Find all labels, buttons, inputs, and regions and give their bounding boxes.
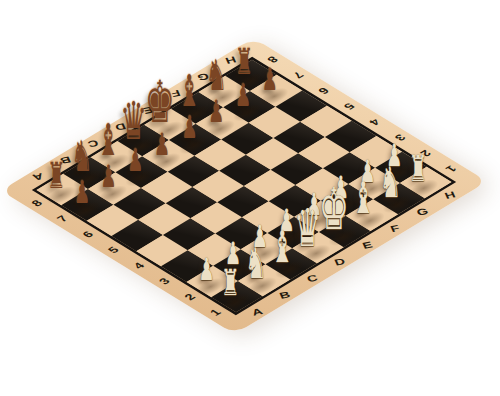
chess-board-mat: ABCDEFGH 87654321 87654321 ABCDEFGH ♜♞♝♛… (1, 38, 488, 334)
piece-black-pawn[interactable]: ♟ (235, 80, 251, 111)
board-grid: ♜♞♝♛♚♝♞♜♟♟♟♟♟♟♟♟♟♟♟♟♟♟♟♟♜♞♝♛♚♝♞♜ (32, 57, 456, 315)
piece-white-knight[interactable]: ♞ (245, 243, 267, 285)
piece-black-rook[interactable]: ♜ (235, 44, 254, 80)
piece-white-queen[interactable]: ♛ (295, 202, 322, 254)
piece-black-pawn[interactable]: ♟ (127, 145, 143, 176)
product-photo-stage: ABCDEFGH 87654321 87654321 ABCDEFGH ♜♞♝♛… (0, 0, 500, 396)
piece-black-bishop[interactable]: ♝ (177, 69, 200, 113)
piece-white-rook[interactable]: ♜ (409, 151, 428, 187)
piece-black-knight[interactable]: ♞ (205, 55, 227, 97)
piece-black-bishop[interactable]: ♝ (97, 118, 120, 162)
piece-black-knight[interactable]: ♞ (71, 136, 93, 178)
piece-white-bishop[interactable]: ♝ (271, 225, 294, 269)
piece-black-rook[interactable]: ♜ (46, 158, 65, 194)
piece-white-pawn[interactable]: ♟ (198, 254, 214, 285)
piece-black-king[interactable]: ♚ (144, 73, 174, 131)
piece-black-pawn[interactable]: ♟ (262, 63, 278, 94)
piece-white-bishop[interactable]: ♝ (352, 176, 375, 220)
piece-white-rook[interactable]: ♜ (221, 265, 240, 301)
piece-black-pawn[interactable]: ♟ (181, 112, 197, 143)
piece-black-queen[interactable]: ♛ (120, 95, 147, 147)
piece-black-pawn[interactable]: ♟ (208, 96, 224, 127)
piece-black-pawn[interactable]: ♟ (73, 178, 89, 209)
piece-black-pawn[interactable]: ♟ (154, 129, 170, 160)
piece-white-knight[interactable]: ♞ (380, 162, 402, 204)
piece-white-king[interactable]: ♚ (319, 180, 349, 238)
piece-black-pawn[interactable]: ♟ (100, 161, 116, 192)
